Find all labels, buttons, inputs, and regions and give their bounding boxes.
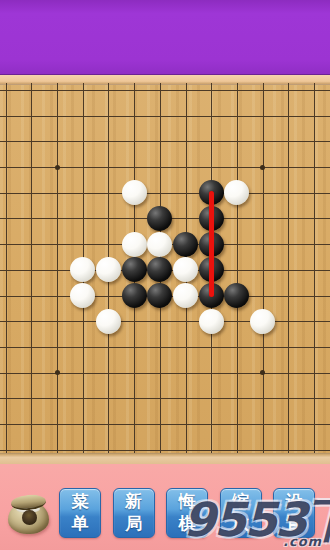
top-banner	[0, 0, 330, 75]
white-stone	[70, 257, 95, 282]
bowl-opening	[22, 510, 37, 525]
undo-button[interactable]: 悔棋	[166, 488, 208, 538]
menu-button[interactable]: 菜单	[59, 488, 101, 538]
stone-bowl-icon[interactable]	[8, 495, 49, 535]
menu-button-label: 菜单	[71, 491, 90, 536]
app-screen: 菜单 新局 悔棋 缩放 设置 9553下载 .com	[0, 0, 330, 550]
black-stone	[147, 283, 172, 308]
white-stone	[199, 309, 224, 334]
undo-button-label: 悔棋	[178, 491, 197, 536]
black-stone	[147, 257, 172, 282]
new-game-button[interactable]: 新局	[113, 488, 155, 538]
gomoku-board[interactable]	[0, 75, 330, 465]
new-game-button-label: 新局	[124, 491, 143, 536]
white-stone	[70, 283, 95, 308]
white-stone	[250, 309, 275, 334]
black-stone	[224, 283, 249, 308]
black-stone	[122, 257, 147, 282]
toolbar: 菜单 新局 悔棋 缩放 设置	[59, 488, 315, 538]
white-stone	[147, 232, 172, 257]
white-stone	[224, 180, 249, 205]
white-stone	[122, 180, 147, 205]
black-stone	[147, 206, 172, 231]
white-stone	[96, 257, 121, 282]
zoom-button-label: 缩放	[231, 491, 250, 536]
win-line	[209, 191, 214, 298]
white-stone	[96, 309, 121, 334]
zoom-button[interactable]: 缩放	[220, 488, 262, 538]
white-stone	[173, 283, 198, 308]
stones-layer	[0, 77, 327, 462]
black-stone	[173, 232, 198, 257]
white-stone	[122, 232, 147, 257]
white-stone	[173, 257, 198, 282]
settings-button-label: 设置	[285, 491, 304, 536]
settings-button[interactable]: 设置	[273, 488, 315, 538]
black-stone	[122, 283, 147, 308]
